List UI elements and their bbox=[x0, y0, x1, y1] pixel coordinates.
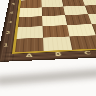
square-b1 bbox=[43, 36, 72, 50]
chess-board: ABCDEFGH 12345678 bbox=[0, 0, 96, 62]
square-c1 bbox=[69, 35, 96, 49]
chessboard-photo: ABCDEFGH 12345678 bbox=[0, 0, 96, 96]
board-grid bbox=[15, 0, 96, 52]
square-b2 bbox=[43, 25, 70, 38]
square-d4 bbox=[85, 5, 96, 15]
square-c2 bbox=[67, 24, 96, 36]
square-a1 bbox=[15, 38, 44, 53]
board-gold-inlay-border bbox=[12, 0, 96, 54]
square-a4 bbox=[19, 7, 42, 17]
